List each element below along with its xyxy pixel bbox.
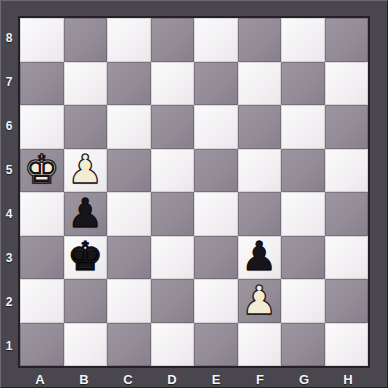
square-d1[interactable] [151, 323, 195, 367]
white-king: ♚ [24, 149, 60, 189]
square-c2[interactable] [107, 279, 151, 323]
square-c1[interactable] [107, 323, 151, 367]
square-a5[interactable]: ♚ [20, 149, 64, 193]
square-e5[interactable] [194, 149, 238, 193]
square-f5[interactable] [238, 149, 282, 193]
file-label-f: F [238, 370, 282, 388]
square-d5[interactable] [151, 149, 195, 193]
square-f2[interactable]: ♟ [238, 279, 282, 323]
square-f1[interactable] [238, 323, 282, 367]
file-label-e: E [194, 370, 238, 388]
square-b8[interactable] [64, 18, 108, 62]
file-label-c: C [106, 370, 150, 388]
square-g2[interactable] [281, 279, 325, 323]
rank-label-8: 8 [0, 16, 18, 60]
square-a7[interactable] [20, 62, 64, 106]
white-pawn: ♟ [67, 149, 103, 189]
square-h2[interactable] [325, 279, 369, 323]
square-c3[interactable] [107, 236, 151, 280]
rank-label-7: 7 [0, 60, 18, 104]
square-e1[interactable] [194, 323, 238, 367]
square-f7[interactable] [238, 62, 282, 106]
chess-board: ♚♟♟♚♟♟ [18, 16, 370, 368]
square-b1[interactable] [64, 323, 108, 367]
square-e8[interactable] [194, 18, 238, 62]
square-f3[interactable]: ♟ [238, 236, 282, 280]
white-pawn: ♟ [241, 280, 277, 320]
square-a1[interactable] [20, 323, 64, 367]
rank-label-5: 5 [0, 148, 18, 192]
square-a3[interactable] [20, 236, 64, 280]
square-c6[interactable] [107, 105, 151, 149]
file-label-b: B [62, 370, 106, 388]
square-c8[interactable] [107, 18, 151, 62]
square-d3[interactable] [151, 236, 195, 280]
square-g6[interactable] [281, 105, 325, 149]
square-h1[interactable] [325, 323, 369, 367]
square-c4[interactable] [107, 192, 151, 236]
square-g4[interactable] [281, 192, 325, 236]
square-d7[interactable] [151, 62, 195, 106]
square-d6[interactable] [151, 105, 195, 149]
rank-label-3: 3 [0, 236, 18, 280]
square-b5[interactable]: ♟ [64, 149, 108, 193]
square-b3[interactable]: ♚ [64, 236, 108, 280]
black-pawn: ♟ [241, 236, 277, 276]
square-f4[interactable] [238, 192, 282, 236]
square-e3[interactable] [194, 236, 238, 280]
rank-label-6: 6 [0, 104, 18, 148]
square-b7[interactable] [64, 62, 108, 106]
square-e2[interactable] [194, 279, 238, 323]
square-g7[interactable] [281, 62, 325, 106]
square-e7[interactable] [194, 62, 238, 106]
square-h7[interactable] [325, 62, 369, 106]
file-label-g: G [282, 370, 326, 388]
square-g8[interactable] [281, 18, 325, 62]
square-d4[interactable] [151, 192, 195, 236]
square-c5[interactable] [107, 149, 151, 193]
square-h3[interactable] [325, 236, 369, 280]
square-h4[interactable] [325, 192, 369, 236]
square-d2[interactable] [151, 279, 195, 323]
square-c7[interactable] [107, 62, 151, 106]
square-f6[interactable] [238, 105, 282, 149]
square-g5[interactable] [281, 149, 325, 193]
square-e6[interactable] [194, 105, 238, 149]
file-labels: ABCDEFGH [18, 370, 370, 388]
square-h6[interactable] [325, 105, 369, 149]
square-a8[interactable] [20, 18, 64, 62]
rank-labels: 87654321 [0, 16, 18, 368]
square-a2[interactable] [20, 279, 64, 323]
rank-label-1: 1 [0, 324, 18, 368]
file-label-h: H [326, 370, 370, 388]
chess-board-window: 87654321 ♚♟♟♚♟♟ ABCDEFGH [0, 0, 388, 388]
rank-label-2: 2 [0, 280, 18, 324]
square-d8[interactable] [151, 18, 195, 62]
black-king: ♚ [67, 236, 103, 276]
square-b6[interactable] [64, 105, 108, 149]
square-a6[interactable] [20, 105, 64, 149]
file-label-d: D [150, 370, 194, 388]
square-b4[interactable]: ♟ [64, 192, 108, 236]
square-e4[interactable] [194, 192, 238, 236]
square-h8[interactable] [325, 18, 369, 62]
square-g3[interactable] [281, 236, 325, 280]
rank-label-4: 4 [0, 192, 18, 236]
file-label-a: A [18, 370, 62, 388]
black-pawn: ♟ [67, 193, 103, 233]
square-f8[interactable] [238, 18, 282, 62]
square-h5[interactable] [325, 149, 369, 193]
square-a4[interactable] [20, 192, 64, 236]
square-b2[interactable] [64, 279, 108, 323]
square-g1[interactable] [281, 323, 325, 367]
